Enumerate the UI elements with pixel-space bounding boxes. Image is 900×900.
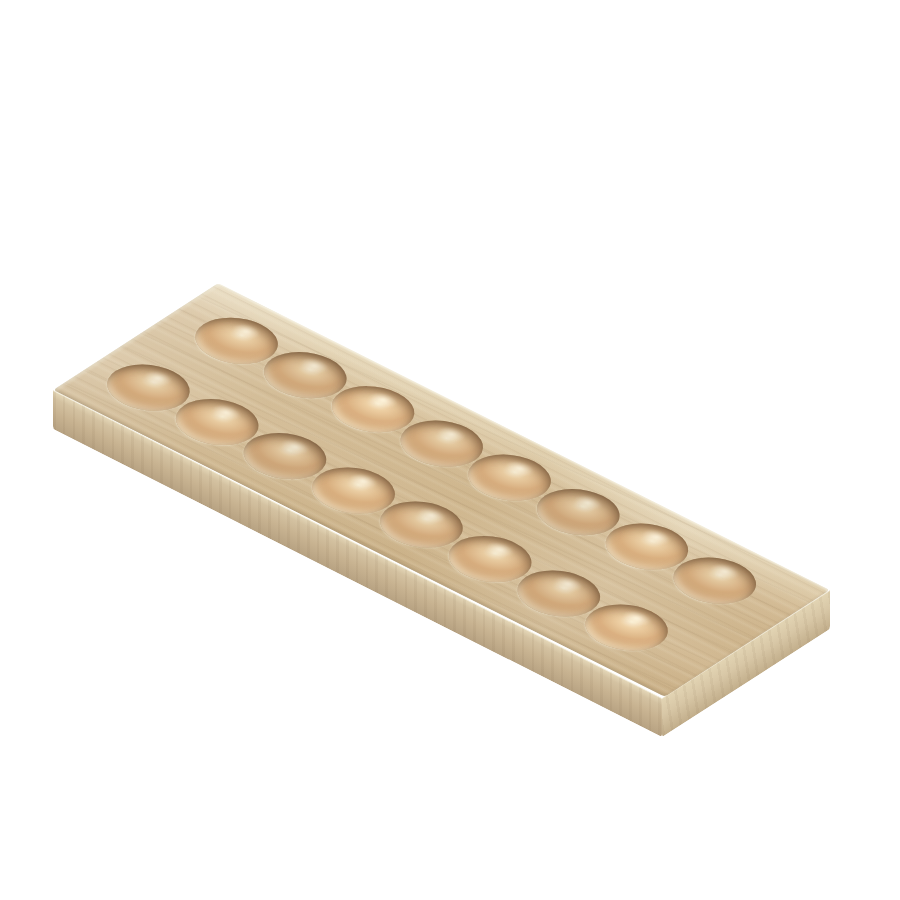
mancala-board bbox=[0, 0, 900, 900]
board-top-face bbox=[53, 283, 830, 697]
pit-specular-highlight bbox=[227, 321, 266, 343]
pit-specular-highlight bbox=[207, 402, 246, 424]
pit-specular-highlight bbox=[364, 389, 403, 411]
pit-specular-highlight bbox=[500, 458, 539, 480]
pit-specular-highlight bbox=[637, 526, 676, 548]
pit-specular-highlight bbox=[569, 492, 608, 514]
pit-specular-highlight bbox=[617, 607, 656, 629]
pit-specular-highlight bbox=[276, 436, 315, 458]
pit-grid bbox=[53, 283, 830, 697]
product-photo-stage: Mancala bbox=[0, 0, 900, 900]
pit-specular-highlight bbox=[139, 367, 178, 389]
pit-specular-highlight bbox=[481, 539, 520, 561]
pit-specular-highlight bbox=[412, 505, 451, 527]
pit-specular-highlight bbox=[432, 423, 471, 445]
pit-specular-highlight bbox=[295, 355, 334, 377]
pit-specular-highlight bbox=[549, 573, 588, 595]
pit-specular-highlight bbox=[705, 561, 744, 583]
pit-specular-highlight bbox=[344, 470, 383, 492]
